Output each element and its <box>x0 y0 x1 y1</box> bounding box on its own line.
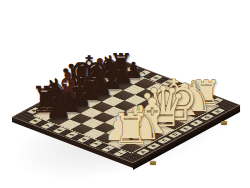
rank-label-left: 5 <box>65 131 79 138</box>
rank-label-left: 6 <box>53 127 67 134</box>
file-label-bottom: B <box>147 143 161 150</box>
file-label-bottom: E <box>179 125 193 132</box>
rank-label-left: 7 <box>41 122 55 129</box>
file-label-bottom: H <box>211 108 225 115</box>
brass-clasp-icon <box>150 161 156 165</box>
rank-label-left: 3 <box>89 141 103 148</box>
file-label-bottom: A <box>136 149 150 156</box>
file-label-bottom: D <box>168 131 182 138</box>
brass-clasp-icon <box>221 121 227 125</box>
rank-label-left: 1 <box>113 150 127 157</box>
rank-label-left: 2 <box>101 145 115 152</box>
file-label-bottom: G <box>200 114 214 121</box>
chess-set-photo: AA88BB77CC66DD55EE44FF33GG22HH11 ♜♟♞♟♝♟♚… <box>0 0 250 188</box>
file-label-bottom: C <box>157 137 171 144</box>
rank-label-left: 8 <box>28 118 42 125</box>
file-label-bottom: F <box>189 120 203 127</box>
rank-label-left: 4 <box>77 136 91 143</box>
